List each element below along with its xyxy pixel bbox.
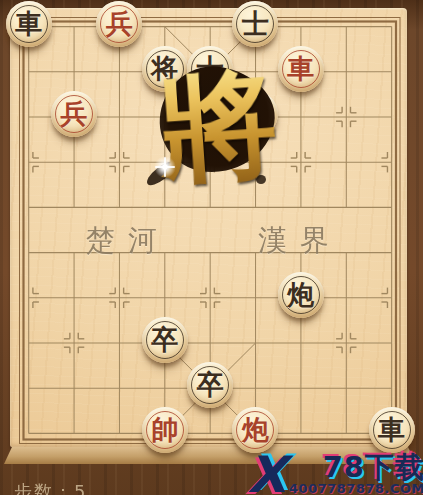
piece-black-soldier[interactable]: 卒 [142,317,188,363]
piece-character: 卒 [187,362,233,408]
piece-character: 馬 [232,91,278,137]
xiangqi-app-screen: 楚河 漢界 車兵士将士車兵馬炮卒卒帥炮車 將 步数：5 X 78下载 40077… [0,0,423,495]
piece-character: 車 [369,407,415,453]
watermark-title: 78下载 [323,453,423,482]
piece-red-soldier[interactable]: 兵 [96,1,142,47]
piece-black-chariot[interactable]: 車 [369,407,415,453]
piece-character: 車 [6,1,52,47]
watermark: X 78下载 4007787878.COM [248,453,423,495]
piece-character: 車 [278,46,324,92]
board-grid[interactable]: 車兵士将士車兵馬炮卒卒帥炮車 [6,4,414,456]
piece-black-advisor[interactable]: 士 [232,1,278,47]
piece-character: 将 [142,46,188,92]
piece-character: 兵 [96,1,142,47]
piece-black-cannon[interactable]: 炮 [278,272,324,318]
watermark-url: 4007787878.COM [289,482,423,495]
piece-character: 卒 [142,317,188,363]
piece-red-horse[interactable]: 馬 [232,91,278,137]
piece-black-advisor[interactable]: 士 [187,46,233,92]
piece-character: 帥 [142,407,188,453]
piece-black-general[interactable]: 将 [142,46,188,92]
piece-character: 士 [232,1,278,47]
piece-character: 士 [187,46,233,92]
piece-red-general[interactable]: 帥 [142,407,188,453]
step-counter-label: 步数：5 [14,480,87,495]
piece-red-chariot[interactable]: 車 [278,46,324,92]
piece-black-chariot[interactable]: 車 [6,1,52,47]
piece-character: 兵 [51,91,97,137]
piece-red-soldier[interactable]: 兵 [51,91,97,137]
watermark-x-logo: X [248,454,287,495]
piece-character: 炮 [278,272,324,318]
piece-black-soldier[interactable]: 卒 [187,362,233,408]
